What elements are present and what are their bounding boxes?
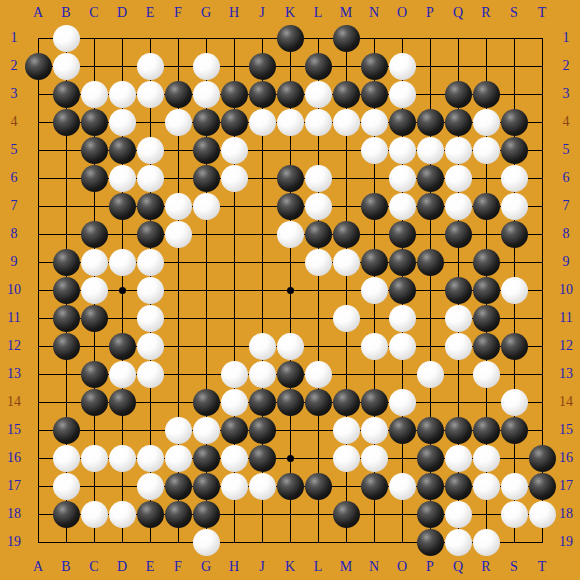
intersection-O7[interactable]: [388, 192, 416, 220]
intersection-G5[interactable]: [192, 136, 220, 164]
intersection-R10[interactable]: [472, 276, 500, 304]
intersection-R8[interactable]: [472, 220, 500, 248]
intersection-J8[interactable]: [248, 220, 276, 248]
intersection-L2[interactable]: [304, 52, 332, 80]
intersection-G13[interactable]: [192, 360, 220, 388]
intersection-P12[interactable]: [416, 332, 444, 360]
intersection-T5[interactable]: [528, 136, 556, 164]
intersection-R7[interactable]: [472, 192, 500, 220]
intersection-R18[interactable]: [472, 500, 500, 528]
intersection-P4[interactable]: [416, 108, 444, 136]
intersection-R1[interactable]: [472, 24, 500, 52]
intersection-F13[interactable]: [164, 360, 192, 388]
intersection-K15[interactable]: [276, 416, 304, 444]
intersection-H11[interactable]: [220, 304, 248, 332]
intersection-H10[interactable]: [220, 276, 248, 304]
intersection-D16[interactable]: [108, 444, 136, 472]
intersection-T1[interactable]: [528, 24, 556, 52]
intersection-A1[interactable]: [24, 24, 52, 52]
intersection-R5[interactable]: [472, 136, 500, 164]
intersection-G10[interactable]: [192, 276, 220, 304]
intersection-R14[interactable]: [472, 388, 500, 416]
intersection-P7[interactable]: [416, 192, 444, 220]
intersection-J2[interactable]: [248, 52, 276, 80]
intersection-F2[interactable]: [164, 52, 192, 80]
intersection-Q19[interactable]: [444, 528, 472, 556]
intersection-L9[interactable]: [304, 248, 332, 276]
intersection-D6[interactable]: [108, 164, 136, 192]
intersection-B16[interactable]: [52, 444, 80, 472]
intersection-K9[interactable]: [276, 248, 304, 276]
intersection-B1[interactable]: [52, 24, 80, 52]
intersection-S13[interactable]: [500, 360, 528, 388]
intersection-E5[interactable]: [136, 136, 164, 164]
intersection-D19[interactable]: [108, 528, 136, 556]
intersection-P9[interactable]: [416, 248, 444, 276]
intersection-A14[interactable]: [24, 388, 52, 416]
intersection-C16[interactable]: [80, 444, 108, 472]
intersection-R3[interactable]: [472, 80, 500, 108]
intersection-B17[interactable]: [52, 472, 80, 500]
intersection-J5[interactable]: [248, 136, 276, 164]
intersection-S10[interactable]: [500, 276, 528, 304]
intersection-Q8[interactable]: [444, 220, 472, 248]
intersection-S3[interactable]: [500, 80, 528, 108]
intersection-E12[interactable]: [136, 332, 164, 360]
intersection-M10[interactable]: [332, 276, 360, 304]
intersection-L5[interactable]: [304, 136, 332, 164]
intersection-B19[interactable]: [52, 528, 80, 556]
intersection-H8[interactable]: [220, 220, 248, 248]
intersection-K1[interactable]: [276, 24, 304, 52]
intersection-E18[interactable]: [136, 500, 164, 528]
intersection-T19[interactable]: [528, 528, 556, 556]
intersection-B2[interactable]: [52, 52, 80, 80]
intersection-Q17[interactable]: [444, 472, 472, 500]
intersection-H15[interactable]: [220, 416, 248, 444]
intersection-H19[interactable]: [220, 528, 248, 556]
intersection-O10[interactable]: [388, 276, 416, 304]
intersection-O15[interactable]: [388, 416, 416, 444]
intersection-J13[interactable]: [248, 360, 276, 388]
intersection-A6[interactable]: [24, 164, 52, 192]
intersection-B14[interactable]: [52, 388, 80, 416]
intersection-H5[interactable]: [220, 136, 248, 164]
intersection-O11[interactable]: [388, 304, 416, 332]
intersection-E4[interactable]: [136, 108, 164, 136]
intersection-M9[interactable]: [332, 248, 360, 276]
intersection-T14[interactable]: [528, 388, 556, 416]
intersection-P13[interactable]: [416, 360, 444, 388]
intersection-Q4[interactable]: [444, 108, 472, 136]
intersection-C4[interactable]: [80, 108, 108, 136]
intersection-E17[interactable]: [136, 472, 164, 500]
intersection-G14[interactable]: [192, 388, 220, 416]
intersection-D10[interactable]: [108, 276, 136, 304]
intersection-K13[interactable]: [276, 360, 304, 388]
intersection-M3[interactable]: [332, 80, 360, 108]
intersection-R11[interactable]: [472, 304, 500, 332]
intersection-A18[interactable]: [24, 500, 52, 528]
intersection-P1[interactable]: [416, 24, 444, 52]
intersection-H6[interactable]: [220, 164, 248, 192]
intersection-S2[interactable]: [500, 52, 528, 80]
intersection-L16[interactable]: [304, 444, 332, 472]
intersection-K7[interactable]: [276, 192, 304, 220]
intersection-O4[interactable]: [388, 108, 416, 136]
intersection-J6[interactable]: [248, 164, 276, 192]
intersection-N12[interactable]: [360, 332, 388, 360]
intersection-P15[interactable]: [416, 416, 444, 444]
intersection-J7[interactable]: [248, 192, 276, 220]
intersection-E15[interactable]: [136, 416, 164, 444]
intersection-L10[interactable]: [304, 276, 332, 304]
intersection-N2[interactable]: [360, 52, 388, 80]
intersection-A8[interactable]: [24, 220, 52, 248]
intersection-Q9[interactable]: [444, 248, 472, 276]
intersection-D4[interactable]: [108, 108, 136, 136]
intersection-S7[interactable]: [500, 192, 528, 220]
intersection-H14[interactable]: [220, 388, 248, 416]
intersection-D9[interactable]: [108, 248, 136, 276]
intersection-D17[interactable]: [108, 472, 136, 500]
intersection-S16[interactable]: [500, 444, 528, 472]
intersection-F19[interactable]: [164, 528, 192, 556]
intersection-K6[interactable]: [276, 164, 304, 192]
intersection-K4[interactable]: [276, 108, 304, 136]
intersection-G9[interactable]: [192, 248, 220, 276]
intersection-P14[interactable]: [416, 388, 444, 416]
intersection-K19[interactable]: [276, 528, 304, 556]
intersection-B12[interactable]: [52, 332, 80, 360]
intersection-F3[interactable]: [164, 80, 192, 108]
intersection-R19[interactable]: [472, 528, 500, 556]
intersection-Q11[interactable]: [444, 304, 472, 332]
intersection-O16[interactable]: [388, 444, 416, 472]
intersection-S14[interactable]: [500, 388, 528, 416]
intersection-D5[interactable]: [108, 136, 136, 164]
intersection-J17[interactable]: [248, 472, 276, 500]
intersection-G2[interactable]: [192, 52, 220, 80]
intersection-A12[interactable]: [24, 332, 52, 360]
intersection-G12[interactable]: [192, 332, 220, 360]
intersection-P6[interactable]: [416, 164, 444, 192]
intersection-C15[interactable]: [80, 416, 108, 444]
intersection-H9[interactable]: [220, 248, 248, 276]
intersection-M1[interactable]: [332, 24, 360, 52]
intersection-R16[interactable]: [472, 444, 500, 472]
intersection-C8[interactable]: [80, 220, 108, 248]
intersection-F18[interactable]: [164, 500, 192, 528]
intersection-O9[interactable]: [388, 248, 416, 276]
intersection-M4[interactable]: [332, 108, 360, 136]
intersection-S12[interactable]: [500, 332, 528, 360]
intersection-M13[interactable]: [332, 360, 360, 388]
intersection-L19[interactable]: [304, 528, 332, 556]
intersection-E14[interactable]: [136, 388, 164, 416]
intersection-D12[interactable]: [108, 332, 136, 360]
intersection-F10[interactable]: [164, 276, 192, 304]
intersection-A10[interactable]: [24, 276, 52, 304]
intersection-M7[interactable]: [332, 192, 360, 220]
intersection-Q16[interactable]: [444, 444, 472, 472]
intersection-N15[interactable]: [360, 416, 388, 444]
intersection-C1[interactable]: [80, 24, 108, 52]
intersection-C12[interactable]: [80, 332, 108, 360]
intersection-P18[interactable]: [416, 500, 444, 528]
intersection-A11[interactable]: [24, 304, 52, 332]
intersection-P8[interactable]: [416, 220, 444, 248]
intersection-B18[interactable]: [52, 500, 80, 528]
intersection-N17[interactable]: [360, 472, 388, 500]
intersection-O14[interactable]: [388, 388, 416, 416]
intersection-N8[interactable]: [360, 220, 388, 248]
intersection-N4[interactable]: [360, 108, 388, 136]
intersection-B15[interactable]: [52, 416, 80, 444]
intersection-F16[interactable]: [164, 444, 192, 472]
intersection-Q18[interactable]: [444, 500, 472, 528]
intersection-D13[interactable]: [108, 360, 136, 388]
intersection-N18[interactable]: [360, 500, 388, 528]
intersection-C18[interactable]: [80, 500, 108, 528]
intersection-Q10[interactable]: [444, 276, 472, 304]
intersection-Q12[interactable]: [444, 332, 472, 360]
intersection-D1[interactable]: [108, 24, 136, 52]
intersection-D15[interactable]: [108, 416, 136, 444]
intersection-A13[interactable]: [24, 360, 52, 388]
intersection-R15[interactable]: [472, 416, 500, 444]
intersection-F7[interactable]: [164, 192, 192, 220]
intersection-N10[interactable]: [360, 276, 388, 304]
intersection-F6[interactable]: [164, 164, 192, 192]
intersection-M16[interactable]: [332, 444, 360, 472]
intersection-G16[interactable]: [192, 444, 220, 472]
intersection-F5[interactable]: [164, 136, 192, 164]
intersection-P17[interactable]: [416, 472, 444, 500]
intersection-R2[interactable]: [472, 52, 500, 80]
intersection-R17[interactable]: [472, 472, 500, 500]
intersection-T4[interactable]: [528, 108, 556, 136]
intersection-J19[interactable]: [248, 528, 276, 556]
intersection-O17[interactable]: [388, 472, 416, 500]
intersection-F14[interactable]: [164, 388, 192, 416]
intersection-C14[interactable]: [80, 388, 108, 416]
intersection-G1[interactable]: [192, 24, 220, 52]
intersection-C3[interactable]: [80, 80, 108, 108]
intersection-J1[interactable]: [248, 24, 276, 52]
intersection-M19[interactable]: [332, 528, 360, 556]
intersection-E13[interactable]: [136, 360, 164, 388]
intersection-A3[interactable]: [24, 80, 52, 108]
intersection-R4[interactable]: [472, 108, 500, 136]
intersection-B5[interactable]: [52, 136, 80, 164]
intersection-J15[interactable]: [248, 416, 276, 444]
intersection-L11[interactable]: [304, 304, 332, 332]
intersection-T8[interactable]: [528, 220, 556, 248]
intersection-T15[interactable]: [528, 416, 556, 444]
intersection-F15[interactable]: [164, 416, 192, 444]
intersection-F4[interactable]: [164, 108, 192, 136]
intersection-K5[interactable]: [276, 136, 304, 164]
intersection-K17[interactable]: [276, 472, 304, 500]
intersection-B3[interactable]: [52, 80, 80, 108]
intersection-B10[interactable]: [52, 276, 80, 304]
intersection-T3[interactable]: [528, 80, 556, 108]
intersection-O13[interactable]: [388, 360, 416, 388]
intersection-L18[interactable]: [304, 500, 332, 528]
intersection-F11[interactable]: [164, 304, 192, 332]
intersection-N9[interactable]: [360, 248, 388, 276]
intersection-D11[interactable]: [108, 304, 136, 332]
intersection-G8[interactable]: [192, 220, 220, 248]
intersection-B4[interactable]: [52, 108, 80, 136]
intersection-H2[interactable]: [220, 52, 248, 80]
intersection-Q14[interactable]: [444, 388, 472, 416]
intersection-F1[interactable]: [164, 24, 192, 52]
intersection-L14[interactable]: [304, 388, 332, 416]
intersection-N19[interactable]: [360, 528, 388, 556]
intersection-C19[interactable]: [80, 528, 108, 556]
intersection-A4[interactable]: [24, 108, 52, 136]
intersection-M18[interactable]: [332, 500, 360, 528]
intersection-Q13[interactable]: [444, 360, 472, 388]
intersection-M12[interactable]: [332, 332, 360, 360]
intersection-M8[interactable]: [332, 220, 360, 248]
intersection-T16[interactable]: [528, 444, 556, 472]
intersection-A15[interactable]: [24, 416, 52, 444]
intersection-G3[interactable]: [192, 80, 220, 108]
intersection-S4[interactable]: [500, 108, 528, 136]
intersection-P10[interactable]: [416, 276, 444, 304]
intersection-T12[interactable]: [528, 332, 556, 360]
intersection-K2[interactable]: [276, 52, 304, 80]
intersection-L3[interactable]: [304, 80, 332, 108]
intersection-Q6[interactable]: [444, 164, 472, 192]
intersection-R13[interactable]: [472, 360, 500, 388]
intersection-T2[interactable]: [528, 52, 556, 80]
intersection-N7[interactable]: [360, 192, 388, 220]
intersection-R9[interactable]: [472, 248, 500, 276]
intersection-E16[interactable]: [136, 444, 164, 472]
intersection-G19[interactable]: [192, 528, 220, 556]
intersection-F9[interactable]: [164, 248, 192, 276]
intersection-Q3[interactable]: [444, 80, 472, 108]
intersection-O12[interactable]: [388, 332, 416, 360]
intersection-C10[interactable]: [80, 276, 108, 304]
intersection-C2[interactable]: [80, 52, 108, 80]
intersection-D2[interactable]: [108, 52, 136, 80]
intersection-T6[interactable]: [528, 164, 556, 192]
intersection-B9[interactable]: [52, 248, 80, 276]
intersection-G18[interactable]: [192, 500, 220, 528]
intersection-O19[interactable]: [388, 528, 416, 556]
intersection-D18[interactable]: [108, 500, 136, 528]
intersection-K10[interactable]: [276, 276, 304, 304]
intersection-C9[interactable]: [80, 248, 108, 276]
intersection-K18[interactable]: [276, 500, 304, 528]
intersection-L8[interactable]: [304, 220, 332, 248]
intersection-J16[interactable]: [248, 444, 276, 472]
intersection-K3[interactable]: [276, 80, 304, 108]
intersection-E2[interactable]: [136, 52, 164, 80]
intersection-F8[interactable]: [164, 220, 192, 248]
intersection-E3[interactable]: [136, 80, 164, 108]
intersection-O5[interactable]: [388, 136, 416, 164]
intersection-S8[interactable]: [500, 220, 528, 248]
intersection-G7[interactable]: [192, 192, 220, 220]
intersection-P11[interactable]: [416, 304, 444, 332]
intersection-T13[interactable]: [528, 360, 556, 388]
intersection-T11[interactable]: [528, 304, 556, 332]
intersection-J9[interactable]: [248, 248, 276, 276]
intersection-E7[interactable]: [136, 192, 164, 220]
intersection-D8[interactable]: [108, 220, 136, 248]
intersection-C17[interactable]: [80, 472, 108, 500]
intersection-S6[interactable]: [500, 164, 528, 192]
intersection-O8[interactable]: [388, 220, 416, 248]
intersection-L13[interactable]: [304, 360, 332, 388]
intersection-G6[interactable]: [192, 164, 220, 192]
intersection-K8[interactable]: [276, 220, 304, 248]
intersection-B11[interactable]: [52, 304, 80, 332]
intersection-S11[interactable]: [500, 304, 528, 332]
intersection-P19[interactable]: [416, 528, 444, 556]
intersection-B8[interactable]: [52, 220, 80, 248]
intersection-N3[interactable]: [360, 80, 388, 108]
intersection-O3[interactable]: [388, 80, 416, 108]
intersection-C7[interactable]: [80, 192, 108, 220]
intersection-H13[interactable]: [220, 360, 248, 388]
intersection-A7[interactable]: [24, 192, 52, 220]
intersection-H4[interactable]: [220, 108, 248, 136]
intersection-J4[interactable]: [248, 108, 276, 136]
intersection-O18[interactable]: [388, 500, 416, 528]
intersection-N13[interactable]: [360, 360, 388, 388]
intersection-E11[interactable]: [136, 304, 164, 332]
intersection-N11[interactable]: [360, 304, 388, 332]
intersection-R6[interactable]: [472, 164, 500, 192]
intersection-L12[interactable]: [304, 332, 332, 360]
intersection-C13[interactable]: [80, 360, 108, 388]
intersection-M15[interactable]: [332, 416, 360, 444]
intersection-J10[interactable]: [248, 276, 276, 304]
intersection-S5[interactable]: [500, 136, 528, 164]
intersection-N5[interactable]: [360, 136, 388, 164]
intersection-L4[interactable]: [304, 108, 332, 136]
intersection-H3[interactable]: [220, 80, 248, 108]
intersection-N16[interactable]: [360, 444, 388, 472]
intersection-M14[interactable]: [332, 388, 360, 416]
intersection-T7[interactable]: [528, 192, 556, 220]
intersection-E9[interactable]: [136, 248, 164, 276]
intersection-E6[interactable]: [136, 164, 164, 192]
intersection-T18[interactable]: [528, 500, 556, 528]
intersection-A17[interactable]: [24, 472, 52, 500]
intersection-E8[interactable]: [136, 220, 164, 248]
intersection-H1[interactable]: [220, 24, 248, 52]
intersection-A9[interactable]: [24, 248, 52, 276]
intersection-P16[interactable]: [416, 444, 444, 472]
intersection-S9[interactable]: [500, 248, 528, 276]
intersection-M11[interactable]: [332, 304, 360, 332]
intersection-P5[interactable]: [416, 136, 444, 164]
intersection-F17[interactable]: [164, 472, 192, 500]
intersection-D7[interactable]: [108, 192, 136, 220]
intersection-C5[interactable]: [80, 136, 108, 164]
intersection-G11[interactable]: [192, 304, 220, 332]
intersection-L7[interactable]: [304, 192, 332, 220]
intersection-D3[interactable]: [108, 80, 136, 108]
